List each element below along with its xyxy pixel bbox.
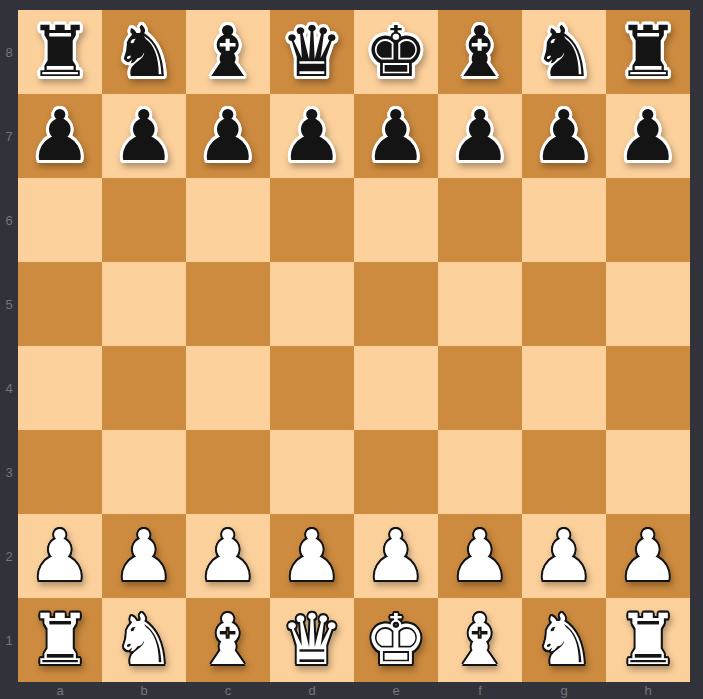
- square-a4[interactable]: [18, 346, 102, 430]
- white-rook-a1[interactable]: ♜: [29, 598, 92, 682]
- square-e5[interactable]: [354, 262, 438, 346]
- file-coordinates: abcdefgh: [18, 682, 690, 699]
- square-b6[interactable]: [102, 178, 186, 262]
- white-knight-b1[interactable]: ♞: [113, 598, 176, 682]
- black-pawn-h7[interactable]: ♟: [617, 94, 680, 178]
- black-knight-g8[interactable]: ♞: [533, 10, 596, 94]
- chess-board: ♜♞♝♛♚♝♞♜♟♟♟♟♟♟♟♟♟♟♟♟♟♟♟♟♜♞♝♛♚♝♞♜: [18, 10, 690, 682]
- square-f1[interactable]: ♝: [438, 598, 522, 682]
- square-b7[interactable]: ♟: [102, 94, 186, 178]
- square-f4[interactable]: [438, 346, 522, 430]
- square-e7[interactable]: ♟: [354, 94, 438, 178]
- square-b4[interactable]: [102, 346, 186, 430]
- file-label-g: g: [522, 682, 606, 699]
- rank-label-8: 8: [0, 10, 18, 94]
- black-bishop-f8[interactable]: ♝: [449, 10, 512, 94]
- black-pawn-f7[interactable]: ♟: [449, 94, 512, 178]
- square-g4[interactable]: [522, 346, 606, 430]
- square-h3[interactable]: [606, 430, 690, 514]
- square-h5[interactable]: [606, 262, 690, 346]
- black-pawn-b7[interactable]: ♟: [113, 94, 176, 178]
- white-bishop-f1[interactable]: ♝: [449, 598, 512, 682]
- white-rook-h1[interactable]: ♜: [617, 598, 680, 682]
- white-pawn-h2[interactable]: ♟: [617, 514, 680, 598]
- white-pawn-a2[interactable]: ♟: [29, 514, 92, 598]
- square-d1[interactable]: ♛: [270, 598, 354, 682]
- square-a1[interactable]: ♜: [18, 598, 102, 682]
- file-label-a: a: [18, 682, 102, 699]
- black-pawn-g7[interactable]: ♟: [533, 94, 596, 178]
- square-a3[interactable]: [18, 430, 102, 514]
- square-g2[interactable]: ♟: [522, 514, 606, 598]
- square-e6[interactable]: [354, 178, 438, 262]
- rank-label-2: 2: [0, 514, 18, 598]
- white-bishop-c1[interactable]: ♝: [197, 598, 260, 682]
- square-f6[interactable]: [438, 178, 522, 262]
- black-queen-d8[interactable]: ♛: [281, 10, 344, 94]
- square-c5[interactable]: [186, 262, 270, 346]
- square-e1[interactable]: ♚: [354, 598, 438, 682]
- square-a6[interactable]: [18, 178, 102, 262]
- square-h1[interactable]: ♜: [606, 598, 690, 682]
- square-c7[interactable]: ♟: [186, 94, 270, 178]
- square-d5[interactable]: [270, 262, 354, 346]
- black-rook-h8[interactable]: ♜: [617, 10, 680, 94]
- square-e4[interactable]: [354, 346, 438, 430]
- black-pawn-a7[interactable]: ♟: [29, 94, 92, 178]
- square-g7[interactable]: ♟: [522, 94, 606, 178]
- square-e3[interactable]: [354, 430, 438, 514]
- rank-label-5: 5: [0, 262, 18, 346]
- square-h8[interactable]: ♜: [606, 10, 690, 94]
- square-h4[interactable]: [606, 346, 690, 430]
- square-d8[interactable]: ♛: [270, 10, 354, 94]
- white-pawn-b2[interactable]: ♟: [113, 514, 176, 598]
- black-knight-b8[interactable]: ♞: [113, 10, 176, 94]
- square-g6[interactable]: [522, 178, 606, 262]
- square-a7[interactable]: ♟: [18, 94, 102, 178]
- square-b2[interactable]: ♟: [102, 514, 186, 598]
- square-g3[interactable]: [522, 430, 606, 514]
- chess-app-background: 87654321 ♜♞♝♛♚♝♞♜♟♟♟♟♟♟♟♟♟♟♟♟♟♟♟♟♜♞♝♛♚♝♞…: [0, 0, 703, 699]
- square-g5[interactable]: [522, 262, 606, 346]
- square-f5[interactable]: [438, 262, 522, 346]
- square-f8[interactable]: ♝: [438, 10, 522, 94]
- rank-label-3: 3: [0, 430, 18, 514]
- rank-coordinates: 87654321: [0, 10, 18, 682]
- square-h7[interactable]: ♟: [606, 94, 690, 178]
- square-b1[interactable]: ♞: [102, 598, 186, 682]
- square-d2[interactable]: ♟: [270, 514, 354, 598]
- file-label-f: f: [438, 682, 522, 699]
- rank-label-4: 4: [0, 346, 18, 430]
- file-label-b: b: [102, 682, 186, 699]
- file-label-d: d: [270, 682, 354, 699]
- square-f7[interactable]: ♟: [438, 94, 522, 178]
- square-f3[interactable]: [438, 430, 522, 514]
- white-queen-d1[interactable]: ♛: [281, 598, 344, 682]
- square-h6[interactable]: [606, 178, 690, 262]
- square-b8[interactable]: ♞: [102, 10, 186, 94]
- white-knight-g1[interactable]: ♞: [533, 598, 596, 682]
- file-label-c: c: [186, 682, 270, 699]
- square-c8[interactable]: ♝: [186, 10, 270, 94]
- square-a2[interactable]: ♟: [18, 514, 102, 598]
- square-c6[interactable]: [186, 178, 270, 262]
- black-king-e8[interactable]: ♚: [365, 10, 428, 94]
- black-pawn-d7[interactable]: ♟: [281, 94, 344, 178]
- square-d6[interactable]: [270, 178, 354, 262]
- square-g1[interactable]: ♞: [522, 598, 606, 682]
- rank-label-7: 7: [0, 94, 18, 178]
- square-c3[interactable]: [186, 430, 270, 514]
- black-rook-a8[interactable]: ♜: [29, 10, 92, 94]
- black-bishop-c8[interactable]: ♝: [197, 10, 260, 94]
- square-b5[interactable]: [102, 262, 186, 346]
- file-label-h: h: [606, 682, 690, 699]
- square-e8[interactable]: ♚: [354, 10, 438, 94]
- square-d4[interactable]: [270, 346, 354, 430]
- square-b3[interactable]: [102, 430, 186, 514]
- rank-label-1: 1: [0, 598, 18, 682]
- white-pawn-g2[interactable]: ♟: [533, 514, 596, 598]
- square-h2[interactable]: ♟: [606, 514, 690, 598]
- square-c2[interactable]: ♟: [186, 514, 270, 598]
- square-d7[interactable]: ♟: [270, 94, 354, 178]
- black-pawn-c7[interactable]: ♟: [197, 94, 260, 178]
- white-pawn-f2[interactable]: ♟: [449, 514, 512, 598]
- square-c1[interactable]: ♝: [186, 598, 270, 682]
- square-e2[interactable]: ♟: [354, 514, 438, 598]
- black-pawn-e7[interactable]: ♟: [365, 94, 428, 178]
- square-a5[interactable]: [18, 262, 102, 346]
- square-g8[interactable]: ♞: [522, 10, 606, 94]
- white-king-e1[interactable]: ♚: [365, 598, 428, 682]
- white-pawn-c2[interactable]: ♟: [197, 514, 260, 598]
- square-f2[interactable]: ♟: [438, 514, 522, 598]
- white-pawn-e2[interactable]: ♟: [365, 514, 428, 598]
- file-label-e: e: [354, 682, 438, 699]
- white-pawn-d2[interactable]: ♟: [281, 514, 344, 598]
- square-c4[interactable]: [186, 346, 270, 430]
- rank-label-6: 6: [0, 178, 18, 262]
- square-d3[interactable]: [270, 430, 354, 514]
- square-a8[interactable]: ♜: [18, 10, 102, 94]
